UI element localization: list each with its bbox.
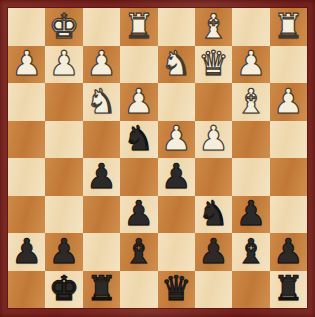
square-e6[interactable]: ♟	[120, 196, 157, 234]
black-king[interactable]: ♚	[49, 271, 79, 305]
black-pawn[interactable]: ♟	[273, 234, 303, 268]
square-d6[interactable]	[158, 196, 195, 234]
square-c5[interactable]	[195, 158, 232, 196]
square-e7[interactable]: ♝	[120, 233, 157, 271]
square-f1[interactable]	[83, 8, 120, 46]
square-c7[interactable]: ♟	[195, 233, 232, 271]
white-rook[interactable]: ♜	[273, 9, 303, 43]
black-pawn[interactable]: ♟	[161, 159, 191, 193]
chess-board-frame: ♚♜♝♜♟♟♟♞♛♟♞♟♝♟♞♟♟♟♟♟♞♟♟♟♝♟♝♟♚♜♛♜	[0, 0, 315, 317]
black-queen[interactable]: ♛	[161, 271, 191, 305]
square-f2[interactable]: ♟	[83, 46, 120, 84]
square-a7[interactable]: ♟	[270, 233, 307, 271]
square-c8[interactable]	[195, 271, 232, 309]
black-pawn[interactable]: ♟	[124, 196, 154, 230]
black-pawn[interactable]: ♟	[86, 159, 116, 193]
square-b2[interactable]: ♟	[232, 46, 269, 84]
white-pawn[interactable]: ♟	[198, 121, 228, 155]
square-d5[interactable]: ♟	[158, 158, 195, 196]
square-e1[interactable]: ♜	[120, 8, 157, 46]
square-e8[interactable]	[120, 271, 157, 309]
square-g7[interactable]: ♟	[45, 233, 82, 271]
square-b8[interactable]	[232, 271, 269, 309]
square-g5[interactable]	[45, 158, 82, 196]
square-a8[interactable]: ♜	[270, 271, 307, 309]
white-bishop[interactable]: ♝	[236, 84, 266, 118]
black-rook[interactable]: ♜	[273, 271, 303, 305]
square-f5[interactable]: ♟	[83, 158, 120, 196]
black-knight[interactable]: ♞	[124, 121, 154, 155]
square-f4[interactable]	[83, 121, 120, 159]
square-h6[interactable]	[8, 196, 45, 234]
square-e4[interactable]: ♞	[120, 121, 157, 159]
square-f6[interactable]	[83, 196, 120, 234]
square-g8[interactable]: ♚	[45, 271, 82, 309]
black-bishop[interactable]: ♝	[124, 234, 154, 268]
white-rook[interactable]: ♜	[124, 9, 154, 43]
square-a6[interactable]	[270, 196, 307, 234]
square-g1[interactable]: ♚	[45, 8, 82, 46]
white-pawn[interactable]: ♟	[49, 46, 79, 80]
square-e3[interactable]: ♟	[120, 83, 157, 121]
square-a1[interactable]: ♜	[270, 8, 307, 46]
square-c3[interactable]	[195, 83, 232, 121]
square-h1[interactable]	[8, 8, 45, 46]
square-g2[interactable]: ♟	[45, 46, 82, 84]
square-a2[interactable]	[270, 46, 307, 84]
square-b4[interactable]	[232, 121, 269, 159]
chess-board: ♚♜♝♜♟♟♟♞♛♟♞♟♝♟♞♟♟♟♟♟♞♟♟♟♝♟♝♟♚♜♛♜	[8, 8, 307, 308]
white-knight[interactable]: ♞	[86, 84, 116, 118]
square-a5[interactable]	[270, 158, 307, 196]
white-pawn[interactable]: ♟	[161, 121, 191, 155]
square-f3[interactable]: ♞	[83, 83, 120, 121]
white-king[interactable]: ♚	[49, 9, 79, 43]
white-pawn[interactable]: ♟	[124, 84, 154, 118]
square-d1[interactable]	[158, 8, 195, 46]
square-b7[interactable]: ♝	[232, 233, 269, 271]
white-knight[interactable]: ♞	[161, 46, 191, 80]
square-a4[interactable]	[270, 121, 307, 159]
black-pawn[interactable]: ♟	[49, 234, 79, 268]
square-b1[interactable]	[232, 8, 269, 46]
white-bishop[interactable]: ♝	[198, 9, 228, 43]
black-pawn[interactable]: ♟	[11, 234, 41, 268]
square-d8[interactable]: ♛	[158, 271, 195, 309]
white-pawn[interactable]: ♟	[11, 46, 41, 80]
square-d3[interactable]	[158, 83, 195, 121]
square-h2[interactable]: ♟	[8, 46, 45, 84]
white-pawn[interactable]: ♟	[273, 84, 303, 118]
square-b6[interactable]: ♟	[232, 196, 269, 234]
square-h8[interactable]	[8, 271, 45, 309]
square-h4[interactable]	[8, 121, 45, 159]
square-a3[interactable]: ♟	[270, 83, 307, 121]
square-d7[interactable]	[158, 233, 195, 271]
square-b5[interactable]	[232, 158, 269, 196]
square-h5[interactable]	[8, 158, 45, 196]
square-h7[interactable]: ♟	[8, 233, 45, 271]
square-d4[interactable]: ♟	[158, 121, 195, 159]
square-c1[interactable]: ♝	[195, 8, 232, 46]
square-g3[interactable]	[45, 83, 82, 121]
black-knight[interactable]: ♞	[198, 196, 228, 230]
black-rook[interactable]: ♜	[86, 271, 116, 305]
black-pawn[interactable]: ♟	[198, 234, 228, 268]
square-c4[interactable]: ♟	[195, 121, 232, 159]
white-pawn[interactable]: ♟	[236, 46, 266, 80]
white-queen[interactable]: ♛	[198, 46, 228, 80]
square-f8[interactable]: ♜	[83, 271, 120, 309]
white-pawn[interactable]: ♟	[86, 46, 116, 80]
square-h3[interactable]	[8, 83, 45, 121]
black-bishop[interactable]: ♝	[236, 234, 266, 268]
square-g6[interactable]	[45, 196, 82, 234]
square-c2[interactable]: ♛	[195, 46, 232, 84]
square-f7[interactable]	[83, 233, 120, 271]
black-pawn[interactable]: ♟	[236, 196, 266, 230]
square-e2[interactable]	[120, 46, 157, 84]
square-c6[interactable]: ♞	[195, 196, 232, 234]
square-e5[interactable]	[120, 158, 157, 196]
square-g4[interactable]	[45, 121, 82, 159]
square-d2[interactable]: ♞	[158, 46, 195, 84]
square-b3[interactable]: ♝	[232, 83, 269, 121]
